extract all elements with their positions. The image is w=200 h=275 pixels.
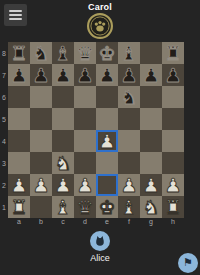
piece-white-rook: ♜ <box>164 196 181 218</box>
square-f5[interactable] <box>118 108 140 130</box>
piece-white-rook: ♜ <box>10 196 27 218</box>
square-a1[interactable]: ♜ <box>8 196 30 218</box>
square-d1[interactable]: ♛ <box>74 196 96 218</box>
square-f2[interactable]: ♟ <box>118 174 140 196</box>
piece-white-knight: ♞ <box>142 196 159 218</box>
square-c4[interactable] <box>52 130 74 152</box>
piece-white-pawn: ♟ <box>32 174 49 196</box>
square-e6[interactable] <box>96 86 118 108</box>
piece-white-bishop: ♝ <box>120 196 137 218</box>
square-e7[interactable]: ♟ <box>96 64 118 86</box>
square-b1[interactable] <box>30 196 52 218</box>
square-c6[interactable] <box>52 86 74 108</box>
square-g7[interactable]: ♟ <box>140 64 162 86</box>
piece-black-knight: ♞ <box>32 42 49 64</box>
opponent-name: Carol <box>0 0 200 12</box>
square-b8[interactable]: ♞ <box>30 42 52 64</box>
square-h8[interactable]: ♜ <box>162 42 184 64</box>
rank-label-6: 6 <box>0 86 8 108</box>
piece-white-pawn: ♟ <box>120 174 137 196</box>
file-label-a: a <box>8 218 30 228</box>
piece-black-knight: ♞ <box>120 86 137 108</box>
file-labels: abcdefgh <box>8 218 184 228</box>
square-f6[interactable]: ♞ <box>118 86 140 108</box>
square-h1[interactable]: ♜ <box>162 196 184 218</box>
square-a8[interactable]: ♜ <box>8 42 30 64</box>
piece-black-bishop: ♝ <box>120 42 137 64</box>
piece-black-pawn: ♟ <box>142 64 159 86</box>
player-avatar <box>90 231 110 251</box>
square-e2[interactable] <box>96 174 118 196</box>
square-c3[interactable]: ♞ <box>52 152 74 174</box>
square-a7[interactable]: ♟ <box>8 64 30 86</box>
piece-white-king: ♚ <box>98 196 115 218</box>
piece-black-pawn: ♟ <box>98 64 115 86</box>
square-b7[interactable]: ♟ <box>30 64 52 86</box>
file-label-c: c <box>52 218 74 228</box>
piece-black-pawn: ♟ <box>120 64 137 86</box>
piece-white-pawn: ♟ <box>142 174 159 196</box>
square-b5[interactable] <box>30 108 52 130</box>
square-d3[interactable] <box>74 152 96 174</box>
rank-label-3: 3 <box>0 152 8 174</box>
square-d6[interactable] <box>74 86 96 108</box>
square-d2[interactable]: ♟ <box>74 174 96 196</box>
rank-labels: 87654321 <box>0 42 8 218</box>
square-f3[interactable] <box>118 152 140 174</box>
piece-black-pawn: ♟ <box>164 64 181 86</box>
piece-black-rook: ♜ <box>10 42 27 64</box>
file-label-b: b <box>30 218 52 228</box>
header: Carol <box>0 0 200 42</box>
hamburger-menu-button[interactable] <box>4 4 27 26</box>
square-g5[interactable] <box>140 108 162 130</box>
square-a2[interactable]: ♟ <box>8 174 30 196</box>
square-a4[interactable] <box>8 130 30 152</box>
file-label-g: g <box>140 218 162 228</box>
square-h2[interactable]: ♟ <box>162 174 184 196</box>
square-b3[interactable] <box>30 152 52 174</box>
piece-white-pawn: ♟ <box>76 174 93 196</box>
rank-label-1: 1 <box>0 196 8 218</box>
square-d4[interactable] <box>74 130 96 152</box>
rank-label-2: 2 <box>0 174 8 196</box>
square-e5[interactable] <box>96 108 118 130</box>
piece-black-pawn: ♟ <box>76 64 93 86</box>
resign-button[interactable]: ⚑ <box>178 253 198 273</box>
square-f4[interactable] <box>118 130 140 152</box>
piece-black-pawn: ♟ <box>10 64 27 86</box>
square-d8[interactable]: ♛ <box>74 42 96 64</box>
board: ♜♞♝♛♚♝♜♟♟♟♟♟♟♟♟♞♟♞♟♟♟♟♟♟♟♜♝♛♚♝♞♜ <box>8 42 184 218</box>
piece-black-bishop: ♝ <box>54 42 71 64</box>
square-b2[interactable]: ♟ <box>30 174 52 196</box>
opponent-avatar <box>87 13 113 39</box>
piece-white-pawn: ♟ <box>98 130 115 152</box>
rank-label-8: 8 <box>0 42 8 64</box>
piece-black-pawn: ♟ <box>54 64 71 86</box>
piece-black-pawn: ♟ <box>32 64 49 86</box>
cat-icon <box>93 234 107 248</box>
square-g3[interactable] <box>140 152 162 174</box>
square-g4[interactable] <box>140 130 162 152</box>
piece-black-king: ♚ <box>98 42 115 64</box>
square-d7[interactable]: ♟ <box>74 64 96 86</box>
file-label-f: f <box>118 218 140 228</box>
square-b4[interactable] <box>30 130 52 152</box>
square-g6[interactable] <box>140 86 162 108</box>
board-area: 87654321 ♜♞♝♛♚♝♜♟♟♟♟♟♟♟♟♞♟♞♟♟♟♟♟♟♟♜♝♛♚♝♞… <box>0 42 200 218</box>
paw-icon <box>88 14 112 38</box>
footer: Alice ⚑ <box>0 231 200 275</box>
square-a5[interactable] <box>8 108 30 130</box>
rank-label-7: 7 <box>0 64 8 86</box>
square-c5[interactable] <box>52 108 74 130</box>
square-g8[interactable] <box>140 42 162 64</box>
file-label-d: d <box>74 218 96 228</box>
square-f1[interactable]: ♝ <box>118 196 140 218</box>
square-c1[interactable]: ♝ <box>52 196 74 218</box>
square-e8[interactable]: ♚ <box>96 42 118 64</box>
player-name: Alice <box>0 253 200 263</box>
square-h4[interactable] <box>162 130 184 152</box>
square-f8[interactable]: ♝ <box>118 42 140 64</box>
square-e3[interactable] <box>96 152 118 174</box>
square-g2[interactable]: ♟ <box>140 174 162 196</box>
square-a6[interactable] <box>8 86 30 108</box>
piece-black-rook: ♜ <box>164 42 181 64</box>
piece-white-pawn: ♟ <box>164 174 181 196</box>
square-d5[interactable] <box>74 108 96 130</box>
square-c2[interactable]: ♟ <box>52 174 74 196</box>
square-c8[interactable]: ♝ <box>52 42 74 64</box>
square-c7[interactable]: ♟ <box>52 64 74 86</box>
piece-white-pawn: ♟ <box>54 174 71 196</box>
square-e1[interactable]: ♚ <box>96 196 118 218</box>
square-a3[interactable] <box>8 152 30 174</box>
rank-label-4: 4 <box>0 130 8 152</box>
piece-white-bishop: ♝ <box>54 196 71 218</box>
square-g1[interactable]: ♞ <box>140 196 162 218</box>
file-label-e: e <box>96 218 118 228</box>
piece-black-queen: ♛ <box>76 42 93 64</box>
square-e4[interactable]: ♟ <box>96 130 118 152</box>
square-h5[interactable] <box>162 108 184 130</box>
square-h3[interactable] <box>162 152 184 174</box>
square-h7[interactable]: ♟ <box>162 64 184 86</box>
square-b6[interactable] <box>30 86 52 108</box>
square-h6[interactable] <box>162 86 184 108</box>
piece-white-knight: ♞ <box>54 152 71 174</box>
hamburger-icon <box>9 10 22 12</box>
rank-label-5: 5 <box>0 108 8 130</box>
file-label-h: h <box>162 218 184 228</box>
square-f7[interactable]: ♟ <box>118 64 140 86</box>
flag-icon: ⚑ <box>183 256 193 269</box>
piece-white-queen: ♛ <box>76 196 93 218</box>
piece-white-pawn: ♟ <box>10 174 27 196</box>
